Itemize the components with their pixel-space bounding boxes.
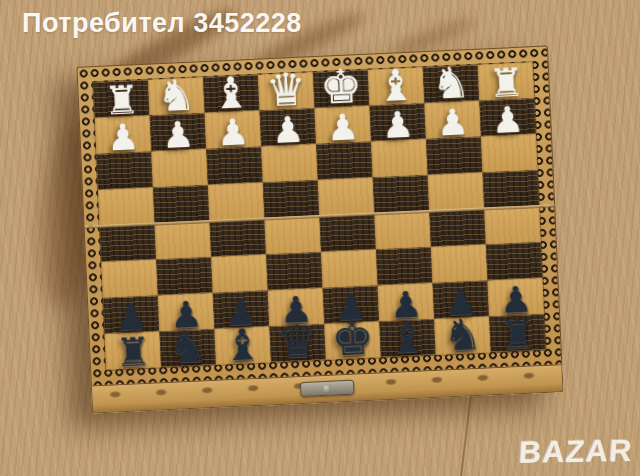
black-rook: ♜ (499, 314, 536, 355)
square-r5c2 (211, 254, 268, 292)
white-pawn: ♟ (106, 119, 140, 156)
square-r3c1 (153, 185, 210, 223)
square-r3c3 (263, 180, 320, 218)
user-watermark: Потребител 3452228 (22, 8, 302, 39)
white-rook: ♜ (488, 63, 525, 104)
white-pawn: ♟ (161, 117, 195, 154)
black-queen: ♛ (276, 318, 318, 365)
square-r3c7 (483, 170, 540, 208)
square-r7c3: ♛ (269, 324, 326, 362)
square-r3c4 (318, 178, 375, 216)
square-r4c7 (484, 206, 541, 244)
black-bishop: ♝ (222, 323, 262, 368)
white-pawn: ♟ (436, 104, 470, 141)
white-pawn: ♟ (326, 109, 360, 146)
white-bishop: ♝ (211, 71, 251, 116)
white-bishop: ♝ (376, 64, 416, 109)
square-r3c0 (98, 188, 155, 226)
white-king: ♚ (319, 62, 363, 111)
square-r0c6: ♞ (423, 65, 480, 103)
square-r7c0: ♜ (105, 331, 162, 369)
square-r0c2: ♝ (203, 75, 260, 113)
square-r7c4: ♚ (324, 321, 381, 359)
black-rook: ♜ (115, 332, 152, 373)
white-rook: ♜ (103, 80, 140, 121)
square-r0c1: ♞ (148, 77, 205, 115)
white-pawn: ♟ (491, 102, 525, 139)
square-r0c7: ♜ (478, 62, 535, 100)
square-r6c7: ♟ (487, 278, 544, 316)
square-r7c5: ♝ (379, 319, 436, 357)
square-r5c3 (266, 252, 323, 290)
square-r5c0 (101, 259, 158, 297)
white-pawn: ♟ (271, 112, 305, 149)
square-r3c6 (428, 173, 485, 211)
marketplace-photo: ♜♞♝♛♚♝♞♜♟♟♟♟♟♟♟♟♟♟♟♟♟♟♟♟♜♞♝♛♚♝♞♜ Потреби… (0, 0, 640, 476)
white-knight: ♞ (156, 74, 196, 119)
square-r4c6 (429, 209, 486, 247)
square-r7c1: ♞ (159, 329, 216, 367)
square-r7c6: ♞ (434, 316, 491, 354)
square-r1c0: ♟ (95, 116, 152, 154)
white-pawn: ♟ (216, 114, 250, 151)
white-knight: ♞ (431, 61, 471, 106)
white-pawn: ♟ (381, 107, 415, 144)
white-queen: ♛ (265, 67, 307, 114)
square-r7c7: ♜ (489, 314, 546, 352)
square-r0c5: ♝ (368, 67, 425, 105)
square-r6c0: ♟ (103, 295, 160, 333)
pyrography-border: ♜♞♝♛♚♝♞♜♟♟♟♟♟♟♟♟♟♟♟♟♟♟♟♟♜♞♝♛♚♝♞♜ (76, 45, 562, 386)
bazar-logo-watermark: BAZAR (517, 433, 633, 471)
square-r4c4 (319, 214, 376, 252)
square-r4c5 (374, 211, 431, 249)
square-r4c1 (155, 221, 212, 259)
square-r0c4: ♚ (313, 70, 370, 108)
square-r3c5 (373, 175, 430, 213)
square-r4c0 (100, 223, 157, 261)
square-r4c3 (264, 216, 321, 254)
square-r5c4 (321, 249, 378, 287)
square-r1c7: ♟ (479, 98, 536, 136)
chess-board: ♜♞♝♛♚♝♞♜♟♟♟♟♟♟♟♟♟♟♟♟♟♟♟♟♜♞♝♛♚♝♞♜ (93, 62, 546, 370)
square-r0c0: ♜ (93, 80, 150, 118)
square-r5c6 (431, 244, 488, 282)
square-r7c2: ♝ (214, 326, 271, 364)
metal-clasp (300, 380, 355, 397)
black-king: ♚ (330, 314, 374, 363)
black-knight: ♞ (442, 313, 482, 358)
square-r4c2 (210, 219, 267, 257)
square-r5c7 (486, 242, 543, 280)
chess-box: ♜♞♝♛♚♝♞♜♟♟♟♟♟♟♟♟♟♟♟♟♟♟♟♟♜♞♝♛♚♝♞♜ (76, 45, 563, 413)
square-r0c3: ♛ (258, 72, 315, 110)
black-bishop: ♝ (387, 315, 427, 360)
square-r3c2 (208, 183, 265, 221)
square-r5c1 (156, 257, 213, 295)
black-knight: ♞ (167, 325, 207, 370)
square-r5c5 (376, 247, 433, 285)
